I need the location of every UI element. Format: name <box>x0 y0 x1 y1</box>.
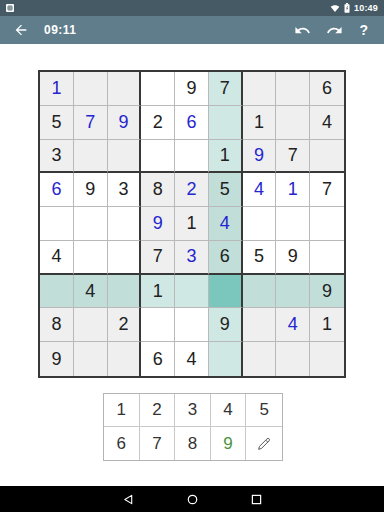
cell-r4c2[interactable]: 9 <box>74 173 108 207</box>
cell-r5c9[interactable] <box>310 207 344 241</box>
cell-r2c6[interactable] <box>209 106 243 140</box>
battery-icon <box>344 3 350 13</box>
key-8[interactable]: 8 <box>175 427 211 460</box>
cell-r2c3[interactable]: 9 <box>108 106 142 140</box>
cell-r9c8[interactable] <box>276 342 310 376</box>
cell-r6c8[interactable]: 9 <box>276 241 310 275</box>
cell-r5c3[interactable] <box>108 207 142 241</box>
cell-r7c4[interactable]: 1 <box>141 275 175 309</box>
cell-r4c8[interactable]: 1 <box>276 173 310 207</box>
cell-r3c6[interactable]: 1 <box>209 140 243 174</box>
cell-r1c1[interactable]: 1 <box>40 72 74 106</box>
cell-r6c6[interactable]: 6 <box>209 241 243 275</box>
key-4[interactable]: 4 <box>211 394 247 427</box>
cell-r1c7[interactable] <box>243 72 277 106</box>
cell-r2c2[interactable]: 7 <box>74 106 108 140</box>
back-icon[interactable] <box>122 493 134 505</box>
cell-r1c3[interactable] <box>108 72 142 106</box>
cell-r5c8[interactable] <box>276 207 310 241</box>
cell-r3c5[interactable] <box>175 140 209 174</box>
cell-r9c9[interactable] <box>310 342 344 376</box>
cell-r3c7[interactable]: 9 <box>243 140 277 174</box>
cell-r6c9[interactable] <box>310 241 344 275</box>
cell-r6c1[interactable]: 4 <box>40 241 74 275</box>
key-9[interactable]: 9 <box>211 427 247 460</box>
game-timer: 09:11 <box>44 23 77 37</box>
cell-r7c8[interactable] <box>276 275 310 309</box>
cell-r3c2[interactable] <box>74 140 108 174</box>
cell-r3c8[interactable]: 7 <box>276 140 310 174</box>
cell-r4c4[interactable]: 8 <box>141 173 175 207</box>
cell-r8c7[interactable] <box>243 308 277 342</box>
cell-r8c6[interactable]: 9 <box>209 308 243 342</box>
cell-r5c4[interactable]: 9 <box>141 207 175 241</box>
cell-r3c4[interactable] <box>141 140 175 174</box>
cell-r1c8[interactable] <box>276 72 310 106</box>
android-nav-bar <box>0 486 384 512</box>
app-bar: 09:11 ? <box>0 16 384 44</box>
cell-r5c6[interactable]: 4 <box>209 207 243 241</box>
pencil-button[interactable] <box>246 427 282 460</box>
cell-r4c6[interactable]: 5 <box>209 173 243 207</box>
cell-r9c2[interactable] <box>74 342 108 376</box>
cell-r1c4[interactable] <box>141 72 175 106</box>
cell-r9c6[interactable] <box>209 342 243 376</box>
cell-r7c2[interactable]: 4 <box>74 275 108 309</box>
cell-r2c5[interactable]: 6 <box>175 106 209 140</box>
cell-r7c3[interactable] <box>108 275 142 309</box>
cell-r6c7[interactable]: 5 <box>243 241 277 275</box>
cell-r1c6[interactable]: 7 <box>209 72 243 106</box>
cell-r7c7[interactable] <box>243 275 277 309</box>
cell-r8c9[interactable]: 1 <box>310 308 344 342</box>
home-icon[interactable] <box>186 493 198 505</box>
cell-r6c3[interactable] <box>108 241 142 275</box>
cell-r7c1[interactable] <box>40 275 74 309</box>
cell-r8c1[interactable]: 8 <box>40 308 74 342</box>
cell-r2c9[interactable]: 4 <box>310 106 344 140</box>
cell-r1c5[interactable]: 9 <box>175 72 209 106</box>
cell-r5c5[interactable]: 1 <box>175 207 209 241</box>
recents-icon[interactable] <box>250 493 262 505</box>
cell-r4c7[interactable]: 4 <box>243 173 277 207</box>
cell-r2c7[interactable]: 1 <box>243 106 277 140</box>
cell-r2c1[interactable]: 5 <box>40 106 74 140</box>
cell-r8c2[interactable] <box>74 308 108 342</box>
cell-r4c1[interactable]: 6 <box>40 173 74 207</box>
cell-r3c1[interactable]: 3 <box>40 140 74 174</box>
cell-r8c5[interactable] <box>175 308 209 342</box>
key-2[interactable]: 2 <box>140 394 176 427</box>
key-7[interactable]: 7 <box>140 427 176 460</box>
cell-r5c7[interactable] <box>243 207 277 241</box>
redo-icon[interactable] <box>325 21 343 39</box>
help-icon[interactable]: ? <box>359 22 368 38</box>
notification-grid-icon <box>6 4 14 12</box>
cell-r9c4[interactable]: 6 <box>141 342 175 376</box>
number-pad: 123456789 <box>103 393 283 461</box>
cell-r1c2[interactable] <box>74 72 108 106</box>
cell-r5c2[interactable] <box>74 207 108 241</box>
wifi-icon <box>330 4 340 13</box>
key-1[interactable]: 1 <box>104 394 140 427</box>
cell-r4c5[interactable]: 2 <box>175 173 209 207</box>
back-arrow-icon[interactable] <box>12 21 30 39</box>
cell-r1c9[interactable]: 6 <box>310 72 344 106</box>
sudoku-board: 1976579261431976938254179144736594198294… <box>38 70 346 378</box>
cell-r3c3[interactable] <box>108 140 142 174</box>
pencil-icon <box>256 436 272 452</box>
cell-r5c1[interactable] <box>40 207 74 241</box>
cell-r8c3[interactable]: 2 <box>108 308 142 342</box>
key-6[interactable]: 6 <box>104 427 140 460</box>
cell-r9c7[interactable] <box>243 342 277 376</box>
cell-r7c6[interactable] <box>209 275 243 309</box>
cell-r9c3[interactable] <box>108 342 142 376</box>
cell-r6c5[interactable]: 3 <box>175 241 209 275</box>
status-bar: 10:49 <box>0 0 384 16</box>
undo-icon[interactable] <box>293 21 311 39</box>
cell-r8c4[interactable] <box>141 308 175 342</box>
cell-r7c9[interactable]: 9 <box>310 275 344 309</box>
key-5[interactable]: 5 <box>246 394 282 427</box>
cell-r7c5[interactable] <box>175 275 209 309</box>
cell-r9c5[interactable]: 4 <box>175 342 209 376</box>
cell-r9c1[interactable]: 9 <box>40 342 74 376</box>
status-clock: 10:49 <box>354 3 378 13</box>
cell-r4c3[interactable]: 3 <box>108 173 142 207</box>
cell-r3c9[interactable] <box>310 140 344 174</box>
cell-r4c9[interactable]: 7 <box>310 173 344 207</box>
cell-r6c2[interactable] <box>74 241 108 275</box>
cell-r2c4[interactable]: 2 <box>141 106 175 140</box>
cell-r2c8[interactable] <box>276 106 310 140</box>
key-3[interactable]: 3 <box>175 394 211 427</box>
cell-r8c8[interactable]: 4 <box>276 308 310 342</box>
cell-r6c4[interactable]: 7 <box>141 241 175 275</box>
